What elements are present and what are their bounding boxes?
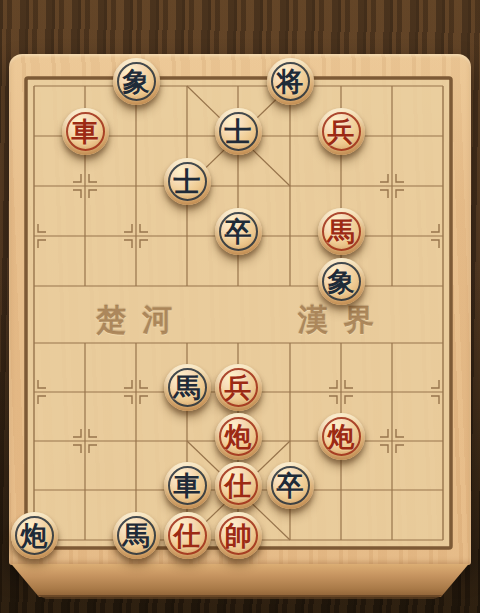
- piece-character: 兵: [215, 364, 262, 411]
- piece-character: 士: [164, 158, 211, 205]
- piece-black-elephant[interactable]: 象: [318, 258, 365, 305]
- piece-character: 士: [215, 108, 262, 155]
- piece-character: 象: [318, 258, 365, 305]
- piece-character: 卒: [215, 208, 262, 255]
- piece-red-soldier[interactable]: 兵: [215, 364, 262, 411]
- piece-character: 車: [164, 462, 211, 509]
- piece-character: 馬: [318, 208, 365, 255]
- piece-black-horse[interactable]: 馬: [113, 512, 160, 559]
- piece-character: 将: [267, 58, 314, 105]
- piece-black-cannon[interactable]: 炮: [11, 512, 58, 559]
- xiangqi-game-screen: 楚河 漢界 象将車士兵士卒馬象馬兵炮炮車仕卒炮馬仕帥: [0, 0, 480, 613]
- piece-red-horse[interactable]: 馬: [318, 208, 365, 255]
- piece-black-advisor[interactable]: 士: [164, 158, 211, 205]
- piece-black-chariot[interactable]: 車: [164, 462, 211, 509]
- piece-character: 炮: [215, 413, 262, 460]
- piece-character: 車: [62, 108, 109, 155]
- piece-black-advisor[interactable]: 士: [215, 108, 262, 155]
- piece-red-advisor[interactable]: 仕: [215, 462, 262, 509]
- piece-black-elephant[interactable]: 象: [113, 58, 160, 105]
- piece-character: 馬: [164, 364, 211, 411]
- piece-character: 象: [113, 58, 160, 105]
- piece-character: 炮: [11, 512, 58, 559]
- piece-character: 仕: [215, 462, 262, 509]
- piece-red-chariot[interactable]: 車: [62, 108, 109, 155]
- piece-character: 卒: [267, 462, 314, 509]
- piece-black-horse[interactable]: 馬: [164, 364, 211, 411]
- piece-red-soldier[interactable]: 兵: [318, 108, 365, 155]
- piece-character: 馬: [113, 512, 160, 559]
- piece-red-cannon[interactable]: 炮: [318, 413, 365, 460]
- piece-black-general[interactable]: 将: [267, 58, 314, 105]
- piece-black-soldier[interactable]: 卒: [267, 462, 314, 509]
- piece-character: 帥: [215, 512, 262, 559]
- piece-character: 炮: [318, 413, 365, 460]
- piece-character: 仕: [164, 512, 211, 559]
- piece-red-general[interactable]: 帥: [215, 512, 262, 559]
- piece-red-cannon[interactable]: 炮: [215, 413, 262, 460]
- piece-character: 兵: [318, 108, 365, 155]
- piece-black-soldier[interactable]: 卒: [215, 208, 262, 255]
- piece-red-advisor[interactable]: 仕: [164, 512, 211, 559]
